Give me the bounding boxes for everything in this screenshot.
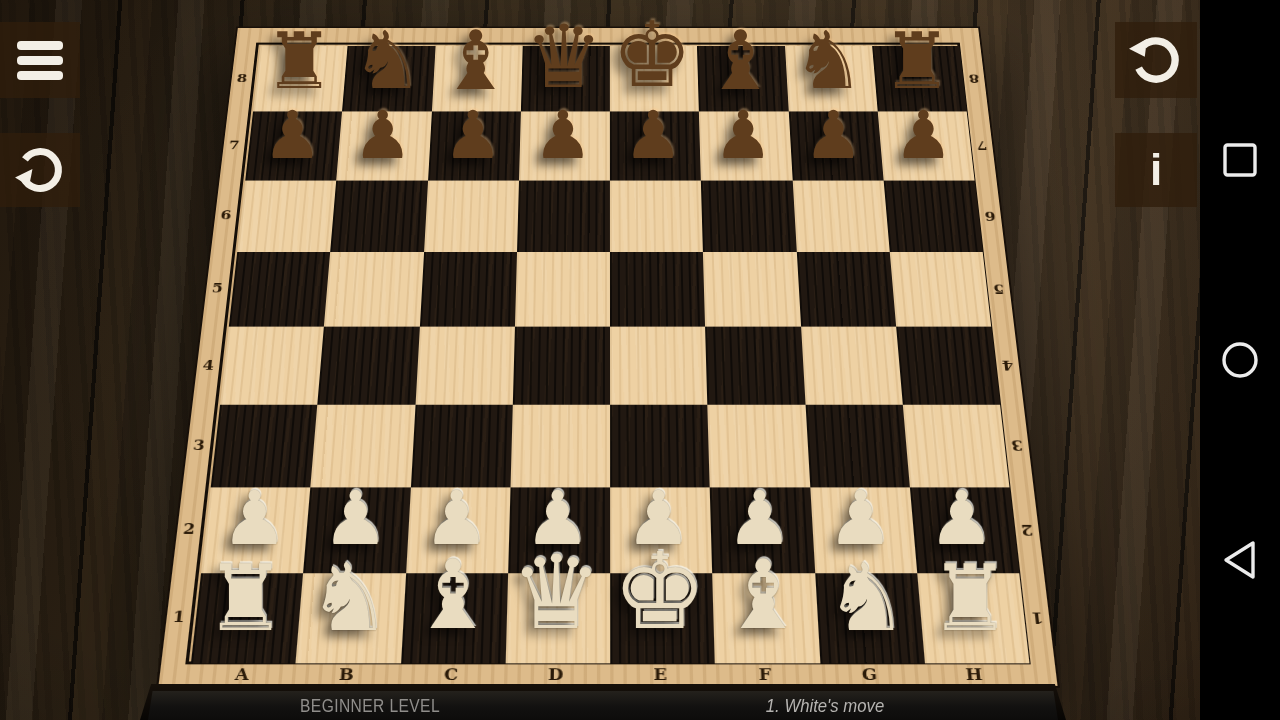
black-bishop[interactable]: ♝ (704, 20, 777, 102)
black-king[interactable]: ♚ (612, 11, 693, 101)
undo-move-button[interactable] (1115, 22, 1197, 98)
triangle-left-icon (1220, 538, 1260, 582)
white-knight[interactable]: ♞ (825, 551, 909, 644)
black-pawn[interactable]: ♟ (353, 102, 412, 168)
black-pawn[interactable]: ♟ (804, 102, 863, 168)
difficulty-level-label: BEGINNER LEVEL (300, 695, 440, 717)
pieces-layer: ♜♞♝♛♚♝♞♜♟♟♟♟♟♟♟♟♟♟♟♟♟♟♟♟♜♞♝♛♚♝♞♜ (0, 0, 1280, 720)
status-bar: BEGINNER LEVEL 1. White's move (148, 691, 1058, 720)
black-knight[interactable]: ♞ (352, 21, 423, 101)
app-screen: 87654321 87654321 ABCDEFGH ♜♞♝♛♚♝♞♜♟♟♟♟♟… (0, 0, 1280, 720)
info-icon: i (1150, 145, 1162, 195)
rotate-board-button[interactable] (0, 133, 80, 207)
black-pawn[interactable]: ♟ (533, 102, 592, 168)
black-pawn[interactable]: ♟ (623, 102, 682, 168)
black-rook[interactable]: ♜ (882, 23, 952, 101)
hamburger-icon (17, 71, 63, 80)
square-outline-icon (1220, 140, 1260, 180)
white-queen[interactable]: ♛ (511, 542, 603, 644)
circle-outline-icon (1220, 340, 1260, 380)
white-bishop[interactable]: ♝ (720, 548, 806, 644)
undo-arrow-icon (1129, 33, 1183, 87)
black-pawn[interactable]: ♟ (443, 102, 502, 168)
nav-recents-button[interactable] (1200, 120, 1280, 200)
black-pawn[interactable]: ♟ (894, 102, 953, 168)
info-button[interactable]: i (1115, 133, 1197, 207)
black-queen[interactable]: ♛ (525, 14, 603, 101)
move-status-label: 1. White's move (766, 695, 884, 717)
black-rook[interactable]: ♜ (264, 23, 334, 101)
android-navigation-bar (1200, 0, 1280, 720)
black-bishop[interactable]: ♝ (439, 20, 512, 102)
black-pawn[interactable]: ♟ (714, 102, 773, 168)
nav-back-button[interactable] (1200, 520, 1280, 600)
white-king[interactable]: ♚ (612, 539, 706, 644)
nav-home-button[interactable] (1200, 320, 1280, 400)
white-bishop[interactable]: ♝ (410, 548, 496, 644)
rotate-icon (14, 144, 66, 196)
white-knight[interactable]: ♞ (307, 551, 391, 644)
hamburger-icon (17, 41, 63, 50)
black-pawn[interactable]: ♟ (263, 102, 322, 168)
menu-button[interactable] (0, 22, 80, 98)
black-knight[interactable]: ♞ (793, 21, 864, 101)
hamburger-icon (17, 56, 63, 65)
white-rook[interactable]: ♜ (205, 553, 287, 644)
white-rook[interactable]: ♜ (929, 553, 1011, 644)
